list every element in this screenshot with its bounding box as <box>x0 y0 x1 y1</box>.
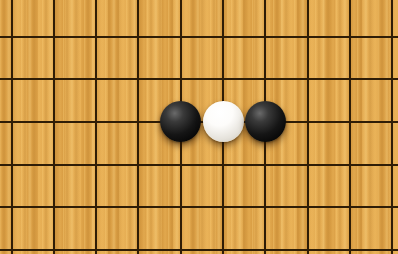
white-stone <box>203 101 244 142</box>
black-stone <box>245 101 286 142</box>
black-stone <box>160 101 201 142</box>
grid-line-vertical <box>391 0 393 254</box>
grid-line-vertical <box>11 0 13 254</box>
go-board[interactable] <box>0 0 398 254</box>
grid-line-vertical <box>307 0 309 254</box>
grid-line-vertical <box>95 0 97 254</box>
grid-line-vertical <box>137 0 139 254</box>
grid-line-horizontal <box>0 164 398 166</box>
grid-line-horizontal <box>0 36 398 38</box>
grid-line-horizontal <box>0 78 398 80</box>
grid-line-horizontal <box>0 206 398 208</box>
grid-line-horizontal <box>0 249 398 251</box>
grid-line-vertical <box>53 0 55 254</box>
grid-line-vertical <box>349 0 351 254</box>
